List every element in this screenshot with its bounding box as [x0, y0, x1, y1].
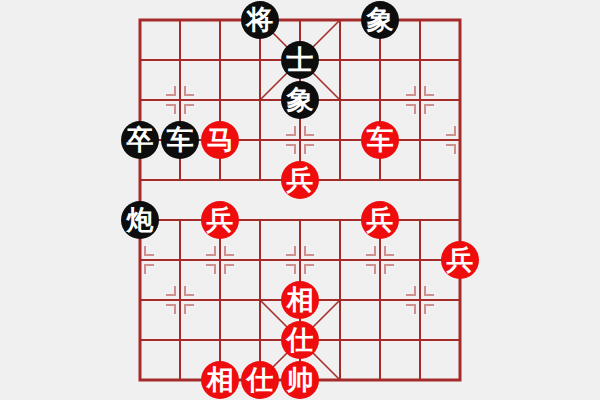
piece-black-elephant[interactable]: 象: [281, 81, 319, 119]
piece-black-chariot[interactable]: 车: [161, 121, 199, 159]
piece-layer: 将象士象卒车马车兵炮兵兵兵相仕相仕帅: [120, 0, 480, 400]
piece-black-cannon[interactable]: 炮: [121, 201, 159, 239]
piece-red-general[interactable]: 帅: [281, 361, 319, 399]
piece-black-elephant[interactable]: 象: [361, 1, 399, 39]
piece-red-elephant[interactable]: 相: [201, 361, 239, 399]
piece-red-horse[interactable]: 马: [201, 121, 239, 159]
piece-red-soldier[interactable]: 兵: [201, 201, 239, 239]
piece-red-soldier[interactable]: 兵: [281, 161, 319, 199]
piece-red-advisor[interactable]: 仕: [241, 361, 279, 399]
piece-red-advisor[interactable]: 仕: [281, 321, 319, 359]
xiangqi-board: 将象士象卒车马车兵炮兵兵兵相仕相仕帅: [0, 0, 600, 400]
piece-black-general[interactable]: 将: [241, 1, 279, 39]
piece-red-chariot[interactable]: 车: [361, 121, 399, 159]
piece-black-advisor[interactable]: 士: [281, 41, 319, 79]
piece-red-soldier[interactable]: 兵: [441, 241, 479, 279]
piece-red-elephant[interactable]: 相: [281, 281, 319, 319]
piece-red-soldier[interactable]: 兵: [361, 201, 399, 239]
piece-black-soldier[interactable]: 卒: [121, 121, 159, 159]
